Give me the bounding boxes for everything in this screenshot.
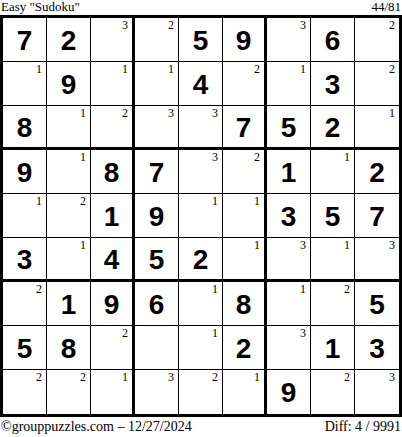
corner-mark: 2 — [344, 283, 350, 295]
corner-mark: 1 — [122, 371, 128, 383]
cell-r8c7[interactable]: 3 — [267, 326, 311, 370]
cell-r8c1[interactable]: 5 — [3, 326, 47, 370]
cell-r7c5[interactable]: 1 — [179, 282, 223, 326]
cell-r6c4[interactable]: 5 — [135, 238, 179, 282]
cell-r1c1[interactable]: 7 — [3, 18, 47, 62]
footer: ©grouppuzzles.com – 12/27/2024 Diff: 4 /… — [0, 417, 402, 437]
cell-r5c1[interactable]: 1 — [3, 194, 47, 238]
cell-r2c3[interactable]: 1 — [91, 62, 135, 106]
cell-r3c4[interactable]: 3 — [135, 106, 179, 150]
cell-r8c8[interactable]: 1 — [311, 326, 355, 370]
corner-mark: 2 — [254, 151, 260, 163]
cell-r1c4[interactable]: 2 — [135, 18, 179, 62]
cell-r6c8[interactable]: 1 — [311, 238, 355, 282]
given-digit: 6 — [149, 289, 165, 319]
cell-r1c8[interactable]: 6 — [311, 18, 355, 62]
corner-mark: 1 — [344, 151, 350, 163]
cell-r5c8[interactable]: 5 — [311, 194, 355, 238]
given-digit: 8 — [61, 333, 77, 363]
cell-r5c5[interactable]: 1 — [179, 194, 223, 238]
cell-r5c9[interactable]: 7 — [355, 194, 399, 238]
cell-r4c1[interactable]: 9 — [3, 150, 47, 194]
cell-r5c3[interactable]: 1 — [91, 194, 135, 238]
corner-mark: 2 — [80, 371, 86, 383]
cell-r6c7[interactable]: 3 — [267, 238, 311, 282]
cell-r4c7[interactable]: 1 — [267, 150, 311, 194]
given-digit: 2 — [369, 157, 385, 187]
given-digit: 5 — [17, 333, 33, 363]
given-digit: 7 — [149, 157, 165, 187]
corner-mark: 1 — [122, 63, 128, 75]
corner-mark: 1 — [254, 371, 260, 383]
given-digit: 9 — [236, 25, 252, 55]
given-digit: 5 — [325, 201, 341, 231]
given-digit: 9 — [149, 201, 165, 231]
cell-r8c2[interactable]: 8 — [47, 326, 91, 370]
cell-r7c1[interactable]: 2 — [3, 282, 47, 326]
given-digit: 2 — [61, 25, 77, 55]
cell-r4c6[interactable]: 2 — [223, 150, 267, 194]
cell-r8c3[interactable]: 2 — [91, 326, 135, 370]
given-digit: 4 — [104, 244, 120, 274]
given-digit: 2 — [236, 333, 252, 363]
corner-mark: 1 — [168, 63, 174, 75]
corner-mark: 2 — [36, 371, 42, 383]
corner-mark: 1 — [300, 63, 306, 75]
corner-mark: 1 — [254, 239, 260, 251]
given-digit: 3 — [17, 244, 33, 274]
cell-r3c3[interactable]: 2 — [91, 106, 135, 150]
given-digit: 5 — [193, 25, 209, 55]
given-digit: 5 — [149, 244, 165, 274]
given-digit: 1 — [104, 201, 120, 231]
cell-r7c7[interactable]: 1 — [267, 282, 311, 326]
cell-r2c7[interactable]: 1 — [267, 62, 311, 106]
given-digit: 2 — [193, 244, 209, 274]
header: Easy "Sudoku" 44/81 — [0, 0, 402, 15]
corner-mark: 2 — [212, 371, 218, 383]
cell-r6c9[interactable]: 3 — [355, 238, 399, 282]
given-digit: 8 — [236, 289, 252, 319]
corner-mark: 3 — [300, 19, 306, 31]
cell-r3c6[interactable]: 7 — [223, 106, 267, 150]
cell-r3c5[interactable]: 3 — [179, 106, 223, 150]
cell-r9c8[interactable]: 2 — [311, 370, 355, 414]
corner-mark: 3 — [168, 371, 174, 383]
cell-r9c1[interactable]: 2 — [3, 370, 47, 414]
cell-r9c9[interactable]: 3 — [355, 370, 399, 414]
corner-mark: 3 — [300, 239, 306, 251]
cell-r9c2[interactable]: 2 — [47, 370, 91, 414]
puzzle-title: Easy "Sudoku" — [1, 0, 80, 14]
cell-r7c2[interactable]: 1 — [47, 282, 91, 326]
given-digit: 5 — [281, 112, 297, 142]
cell-r1c5[interactable]: 5 — [179, 18, 223, 62]
cell-r4c8[interactable]: 1 — [311, 150, 355, 194]
difficulty-text: Diff: 4 / 9991 — [325, 419, 401, 435]
cell-r9c5[interactable]: 2 — [179, 370, 223, 414]
corner-mark: 1 — [344, 239, 350, 251]
cell-r4c2[interactable]: 1 — [47, 150, 91, 194]
corner-mark: 1 — [80, 239, 86, 251]
given-digit: 9 — [17, 157, 33, 187]
corner-mark: 2 — [168, 19, 174, 31]
cell-r2c5[interactable]: 4 — [179, 62, 223, 106]
corner-mark: 3 — [122, 19, 128, 31]
cell-r6c5[interactable]: 2 — [179, 238, 223, 282]
cell-r4c3[interactable]: 8 — [91, 150, 135, 194]
cell-r2c8[interactable]: 3 — [311, 62, 355, 106]
cell-r2c4[interactable]: 1 — [135, 62, 179, 106]
cell-r3c9[interactable]: 1 — [355, 106, 399, 150]
corner-mark: 3 — [212, 107, 218, 119]
sudoku-board: 7232593621911421328123375219187321121219… — [0, 15, 402, 417]
cell-r8c5[interactable]: 1 — [179, 326, 223, 370]
given-digit: 1 — [61, 289, 77, 319]
corner-mark: 1 — [212, 195, 218, 207]
cell-r2c1[interactable]: 1 — [3, 62, 47, 106]
corner-mark: 1 — [300, 283, 306, 295]
cell-r9c6[interactable]: 1 — [223, 370, 267, 414]
corner-mark: 3 — [168, 107, 174, 119]
cell-r7c3[interactable]: 9 — [91, 282, 135, 326]
given-digit: 9 — [281, 377, 297, 407]
cell-r6c3[interactable]: 4 — [91, 238, 135, 282]
corner-mark: 1 — [212, 283, 218, 295]
given-digit: 1 — [325, 333, 341, 363]
cell-r8c9[interactable]: 3 — [355, 326, 399, 370]
corner-mark: 2 — [80, 195, 86, 207]
cell-r9c3[interactable]: 1 — [91, 370, 135, 414]
cell-r5c4[interactable]: 9 — [135, 194, 179, 238]
cell-r5c2[interactable]: 2 — [47, 194, 91, 238]
cell-r2c6[interactable]: 2 — [223, 62, 267, 106]
cell-r8c6[interactable]: 2 — [223, 326, 267, 370]
cell-r2c2[interactable]: 9 — [47, 62, 91, 106]
cell-r1c6[interactable]: 9 — [223, 18, 267, 62]
cell-r4c9[interactable]: 2 — [355, 150, 399, 194]
cell-r1c2[interactable]: 2 — [47, 18, 91, 62]
corner-mark: 1 — [36, 63, 42, 75]
corner-mark: 2 — [389, 63, 395, 75]
corner-mark: 1 — [254, 195, 260, 207]
cell-r1c3[interactable]: 3 — [91, 18, 135, 62]
corner-mark: 2 — [36, 283, 42, 295]
cell-r4c4[interactable]: 7 — [135, 150, 179, 194]
corner-mark: 2 — [254, 63, 260, 75]
given-digit: 8 — [17, 112, 33, 142]
cell-r8c4[interactable] — [135, 326, 179, 370]
corner-mark: 3 — [389, 371, 395, 383]
cell-r5c6[interactable]: 1 — [223, 194, 267, 238]
corner-mark: 3 — [212, 151, 218, 163]
given-digit: 5 — [369, 289, 385, 319]
cell-r7c6[interactable]: 8 — [223, 282, 267, 326]
corner-mark: 1 — [212, 327, 218, 339]
given-digit: 4 — [193, 69, 209, 99]
corner-mark: 2 — [122, 107, 128, 119]
given-digit: 8 — [104, 157, 120, 187]
cell-r5c7[interactable]: 3 — [267, 194, 311, 238]
cell-r4c5[interactable]: 3 — [179, 150, 223, 194]
corner-mark: 1 — [80, 151, 86, 163]
cell-r2c9[interactable]: 2 — [355, 62, 399, 106]
given-digit: 3 — [369, 333, 385, 363]
given-digit: 1 — [281, 157, 297, 187]
copyright-text: ©grouppuzzles.com – 12/27/2024 — [1, 419, 192, 435]
cell-r3c1[interactable]: 8 — [3, 106, 47, 150]
given-digit: 9 — [61, 69, 77, 99]
corner-mark: 1 — [80, 107, 86, 119]
cell-r6c2[interactable]: 1 — [47, 238, 91, 282]
cell-r3c8[interactable]: 2 — [311, 106, 355, 150]
given-digit: 7 — [17, 25, 33, 55]
given-digit: 3 — [325, 69, 341, 99]
corner-mark: 3 — [300, 327, 306, 339]
cell-r1c7[interactable]: 3 — [267, 18, 311, 62]
corner-mark: 2 — [389, 19, 395, 31]
cell-r3c2[interactable]: 1 — [47, 106, 91, 150]
cell-r3c7[interactable]: 5 — [267, 106, 311, 150]
cell-r1c9[interactable]: 2 — [355, 18, 399, 62]
cell-r6c6[interactable]: 1 — [223, 238, 267, 282]
cell-r7c9[interactable]: 5 — [355, 282, 399, 326]
empty-cell-counter: 44/81 — [371, 0, 401, 14]
cell-r9c7[interactable]: 9 — [267, 370, 311, 414]
cell-r9c4[interactable]: 3 — [135, 370, 179, 414]
corner-mark: 3 — [389, 239, 395, 251]
corner-mark: 1 — [36, 195, 42, 207]
given-digit: 3 — [281, 201, 297, 231]
cell-r6c1[interactable]: 3 — [3, 238, 47, 282]
given-digit: 7 — [236, 112, 252, 142]
given-digit: 7 — [369, 201, 385, 231]
corner-mark: 2 — [122, 327, 128, 339]
sudoku-page: Easy "Sudoku" 44/81 72325936219114213281… — [0, 0, 402, 437]
corner-mark: 1 — [389, 107, 395, 119]
corner-mark: 2 — [344, 371, 350, 383]
given-digit: 2 — [325, 112, 341, 142]
cell-r7c8[interactable]: 2 — [311, 282, 355, 326]
given-digit: 9 — [104, 289, 120, 319]
cell-r7c4[interactable]: 6 — [135, 282, 179, 326]
given-digit: 6 — [325, 25, 341, 55]
